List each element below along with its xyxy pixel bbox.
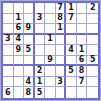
cell-r3c4[interactable] [35,24,46,35]
cell-r6c6[interactable] [56,56,67,67]
cell-r8c5[interactable] [45,77,56,88]
cell-r8c9[interactable] [87,77,98,88]
cell-r8c1[interactable] [3,77,14,88]
cell-r5c6[interactable] [56,45,67,56]
cell-r3c7[interactable] [66,24,77,35]
cell-r1c5[interactable] [45,3,56,14]
cell-r1c1[interactable] [3,3,14,14]
cell-r4c7[interactable] [66,35,77,46]
cell-r3c1[interactable] [3,24,14,35]
cell-r6c8[interactable]: 6 [77,56,88,67]
cell-r7c6[interactable] [56,66,67,77]
cell-r9c2[interactable] [14,87,25,98]
cell-r4c1[interactable]: 3 [3,35,14,46]
sudoku-grid: 712138769134195419652584137685 [1,1,100,100]
sudoku-board-frame: 712138769134195419652584137685 [0,0,101,101]
cell-r7c8[interactable]: 8 [77,66,88,77]
cell-r1c3[interactable] [24,3,35,14]
cell-r9c4[interactable]: 5 [35,87,46,98]
cell-r2c5[interactable] [45,14,56,25]
cell-r3c2[interactable]: 6 [14,24,25,35]
cell-r7c4[interactable]: 2 [35,66,46,77]
cell-r7c1[interactable] [3,66,14,77]
cell-r5c4[interactable] [35,45,46,56]
cell-r6c9[interactable]: 5 [87,56,98,67]
cell-r1c8[interactable] [77,3,88,14]
cell-r2c8[interactable] [77,14,88,25]
cell-r1c4[interactable] [35,3,46,14]
cell-r4c6[interactable] [56,35,67,46]
cell-r9c3[interactable]: 8 [24,87,35,98]
cell-r7c2[interactable] [14,66,25,77]
cell-r9c9[interactable] [87,87,98,98]
cell-r6c5[interactable]: 9 [45,56,56,67]
cell-r6c4[interactable] [35,56,46,67]
cell-r2c9[interactable] [87,14,98,25]
cell-r3c3[interactable]: 9 [24,24,35,35]
cell-r1c7[interactable]: 1 [66,3,77,14]
cell-r3c9[interactable] [87,24,98,35]
cell-r3c8[interactable] [77,24,88,35]
cell-r9c6[interactable] [56,87,67,98]
cell-r3c5[interactable] [45,24,56,35]
cell-r4c4[interactable] [35,35,46,46]
cell-r5c7[interactable]: 4 [66,45,77,56]
cell-r8c3[interactable]: 4 [24,77,35,88]
cell-r7c5[interactable] [45,66,56,77]
cell-r3c6[interactable]: 1 [56,24,67,35]
cell-r4c3[interactable] [24,35,35,46]
cell-r8c4[interactable]: 1 [35,77,46,88]
cell-r2c1[interactable] [3,14,14,25]
cell-r9c5[interactable] [45,87,56,98]
cell-r8c8[interactable]: 7 [77,77,88,88]
cell-r6c1[interactable] [3,56,14,67]
cell-r4c2[interactable]: 4 [14,35,25,46]
cell-r6c2[interactable] [14,56,25,67]
cell-r5c1[interactable] [3,45,14,56]
cell-r5c2[interactable]: 9 [14,45,25,56]
cell-r1c6[interactable]: 7 [56,3,67,14]
cell-r4c8[interactable] [77,35,88,46]
cell-r9c1[interactable]: 6 [3,87,14,98]
cell-r9c7[interactable] [66,87,77,98]
cell-r2c7[interactable]: 7 [66,14,77,25]
cell-r7c9[interactable] [87,66,98,77]
cell-r4c5[interactable]: 1 [45,35,56,46]
cell-r7c3[interactable] [24,66,35,77]
cell-r1c9[interactable]: 2 [87,3,98,14]
cell-r8c6[interactable]: 3 [56,77,67,88]
cell-r1c2[interactable] [14,3,25,14]
cell-r6c7[interactable] [66,56,77,67]
cell-r5c3[interactable]: 5 [24,45,35,56]
cell-r8c7[interactable] [66,77,77,88]
cell-r7c7[interactable]: 5 [66,66,77,77]
cell-r6c3[interactable] [24,56,35,67]
cell-r2c4[interactable]: 3 [35,14,46,25]
cell-r8c2[interactable] [14,77,25,88]
cell-r4c9[interactable] [87,35,98,46]
cell-r9c8[interactable] [77,87,88,98]
